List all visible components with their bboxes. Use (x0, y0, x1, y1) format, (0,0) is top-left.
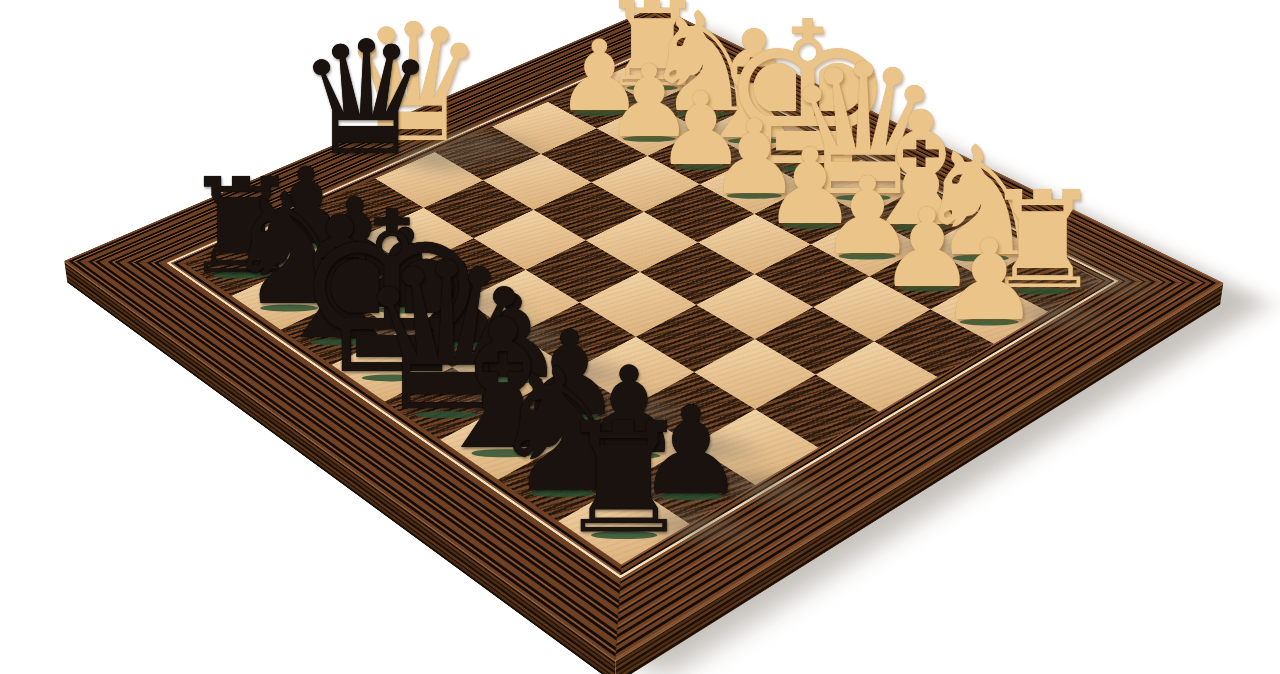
board-position-wrapper (230, 0, 1050, 674)
playing-field (184, 55, 1100, 565)
chess-set-photo-scene: ♜♞♝♚♛♝♞♜♟♟♟♟♟♟♟♟♟♟♟♟♟♟♟♟♜♞♝♚♛♝♞♜♛♛ (0, 0, 1280, 674)
chess-board (64, 6, 1223, 660)
